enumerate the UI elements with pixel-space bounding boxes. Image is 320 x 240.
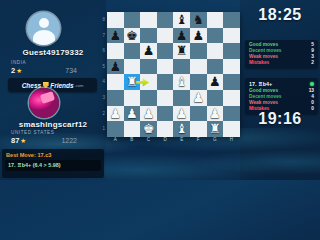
square-h4[interactable] xyxy=(223,74,240,90)
star-icon: ★ xyxy=(16,67,22,75)
stat-label: Weak moves xyxy=(249,100,278,105)
bottom-player-country: UNITED STATES xyxy=(11,130,54,135)
square-e5[interactable] xyxy=(173,59,190,75)
file-label-G: G xyxy=(207,137,224,142)
current-move-row[interactable]: 17. ♖b4+ xyxy=(249,80,314,87)
square-e8[interactable]: ♝ xyxy=(173,12,190,28)
bottom-player-rating: 1222 xyxy=(61,137,77,144)
stat-value: 4 xyxy=(311,94,314,99)
stat-label: Good moves xyxy=(249,42,278,47)
top-player-name: Guest49179332 xyxy=(0,48,106,57)
stat-value: 5 xyxy=(311,42,314,47)
stat-label: Good moves xyxy=(249,88,278,93)
black-rook-e6: ♜ xyxy=(173,43,190,59)
logo-text-chess: Chess xyxy=(22,82,42,89)
square-h7[interactable] xyxy=(223,28,240,44)
stat-value: 13 xyxy=(309,88,314,93)
square-f1[interactable] xyxy=(190,121,207,137)
square-f5[interactable] xyxy=(190,59,207,75)
played-move-eval-text: 17. ♖b4+ (6.4 > 5.98) xyxy=(5,160,101,171)
white-pawn-b2: ♟ xyxy=(124,106,141,122)
white-rook-g1: ♜ xyxy=(207,121,224,137)
star-icon: ★ xyxy=(20,137,26,145)
square-d3[interactable] xyxy=(157,90,174,106)
white-bishop-e1: ♝ xyxy=(173,121,190,137)
logo-text-com: .com xyxy=(75,83,84,88)
black-pawn-e7: ♟ xyxy=(173,28,190,44)
square-b7[interactable]: ♚ xyxy=(124,28,141,44)
stat-value: 3 xyxy=(311,54,314,59)
white-king-c1: ♚ xyxy=(140,121,157,137)
engine-analysis-box: Best Move: 17.c3 17. ♖b4+ (6.4 > 5.98) xyxy=(2,149,104,178)
square-a2[interactable]: ♟ xyxy=(107,106,124,122)
stat-value: 0 xyxy=(311,100,314,105)
logo-text-friends: Friends xyxy=(50,82,73,89)
left-sidebar: Guest49179332 INDIA 2 ★ 734 Chess Friend… xyxy=(0,0,106,180)
white-pawn-g2: ♟ xyxy=(207,106,224,122)
top-player-rating: 734 xyxy=(65,67,77,74)
square-d4[interactable] xyxy=(157,74,174,90)
square-h6[interactable] xyxy=(223,43,240,59)
square-g5[interactable] xyxy=(207,59,224,75)
square-a3[interactable] xyxy=(107,90,124,106)
square-b5[interactable] xyxy=(124,59,141,75)
square-h5[interactable] xyxy=(223,59,240,75)
square-d1[interactable] xyxy=(157,121,174,137)
file-label-A: A xyxy=(107,137,124,142)
square-e1[interactable]: ♝ xyxy=(173,121,190,137)
avatar-silhouette-icon xyxy=(39,18,49,28)
stat-label: Mistakes xyxy=(249,60,269,65)
square-c1[interactable]: ♚ xyxy=(140,121,157,137)
black-pawn-a7: ♟ xyxy=(107,28,124,44)
white-pawn-a2: ♟ xyxy=(107,106,124,122)
square-b1[interactable] xyxy=(124,121,141,137)
black-pawn-g4: ♟ xyxy=(207,74,224,90)
bottom-player-name: smashingscarf12 xyxy=(0,120,106,129)
stat-row-mistakes: Mistakes2 xyxy=(249,60,314,66)
board-file-labels: ABCDEFGH xyxy=(107,137,240,142)
top-player-move-stats: Good moves5Decent moves9Weak moves3Mista… xyxy=(245,40,318,68)
square-c7[interactable] xyxy=(140,28,157,44)
top-player-avatar[interactable] xyxy=(27,12,60,45)
square-a6[interactable] xyxy=(107,43,124,59)
square-a8[interactable] xyxy=(107,12,124,28)
white-bishop-e4: ♝ xyxy=(173,74,190,90)
file-label-F: F xyxy=(190,137,207,142)
square-b2[interactable]: ♟ xyxy=(124,106,141,122)
bottom-player-move-stats: 17. ♖b4+ Good moves13Decent moves4Weak m… xyxy=(245,78,318,114)
black-knight-f8: ♞ xyxy=(190,12,207,28)
square-a5[interactable]: ♟ xyxy=(107,59,124,75)
square-a7[interactable]: ♟ xyxy=(107,28,124,44)
square-b6[interactable] xyxy=(124,43,141,59)
top-player-country: INDIA xyxy=(11,60,26,65)
square-e4[interactable]: ♝ xyxy=(173,74,190,90)
square-f6[interactable] xyxy=(190,43,207,59)
square-f4[interactable] xyxy=(190,74,207,90)
white-pawn-e2: ♟ xyxy=(173,106,190,122)
file-label-E: E xyxy=(173,137,190,142)
stat-label: Decent moves xyxy=(249,48,282,53)
white-pawn-f3: ♟ xyxy=(190,90,207,106)
black-pawn-f7: ♟ xyxy=(190,28,207,44)
file-label-C: C xyxy=(140,137,157,142)
square-f7[interactable]: ♟ xyxy=(190,28,207,44)
square-b3[interactable] xyxy=(124,90,141,106)
stat-label: Weak moves xyxy=(249,54,278,59)
square-e2[interactable]: ♟ xyxy=(173,106,190,122)
square-c3[interactable] xyxy=(140,90,157,106)
bottom-player-avatar[interactable] xyxy=(29,88,59,118)
black-pawn-a5: ♟ xyxy=(107,59,124,75)
square-h8[interactable] xyxy=(223,12,240,28)
square-a1[interactable] xyxy=(107,121,124,137)
avatar-photo xyxy=(40,91,55,104)
black-king-b7: ♚ xyxy=(124,28,141,44)
square-g8[interactable] xyxy=(207,12,224,28)
square-c6[interactable]: ♟ xyxy=(140,43,157,59)
file-label-D: D xyxy=(157,137,174,142)
square-c5[interactable] xyxy=(140,59,157,75)
white-pawn-c2: ♟ xyxy=(140,106,157,122)
square-d2[interactable] xyxy=(157,106,174,122)
square-e6[interactable]: ♜ xyxy=(173,43,190,59)
square-g1[interactable]: ♜ xyxy=(207,121,224,137)
square-h1[interactable] xyxy=(223,121,240,137)
square-d7[interactable] xyxy=(157,28,174,44)
square-f8[interactable]: ♞ xyxy=(190,12,207,28)
board-wrap: ♝♞♟♚♟♟♟♜♟♜♝♟♟♟♟♟♟♟♚♝♜ xyxy=(107,12,240,137)
square-e3[interactable] xyxy=(173,90,190,106)
file-label-H: H xyxy=(223,137,240,142)
square-g4[interactable]: ♟ xyxy=(207,74,224,90)
square-d6[interactable] xyxy=(157,43,174,59)
square-g7[interactable] xyxy=(207,28,224,44)
square-c2[interactable]: ♟ xyxy=(140,106,157,122)
stat-label: Decent moves xyxy=(249,94,282,99)
black-pawn-c6: ♟ xyxy=(140,43,157,59)
top-player-rating-row: 2 ★ 734 xyxy=(11,66,95,75)
avatar-silhouette-icon xyxy=(33,30,55,45)
square-e7[interactable]: ♟ xyxy=(173,28,190,44)
chess-board[interactable]: ♝♞♟♚♟♟♟♜♟♜♝♟♟♟♟♟♟♟♚♝♜ xyxy=(107,12,240,137)
file-label-B: B xyxy=(124,137,141,142)
square-g3[interactable] xyxy=(207,90,224,106)
square-d5[interactable] xyxy=(157,59,174,75)
square-h3[interactable] xyxy=(223,90,240,106)
square-f3[interactable]: ♟ xyxy=(190,90,207,106)
current-move-text: 17. ♖b4+ xyxy=(249,81,272,87)
square-g6[interactable] xyxy=(207,43,224,59)
square-d8[interactable] xyxy=(157,12,174,28)
square-b8[interactable] xyxy=(124,12,141,28)
square-c8[interactable] xyxy=(140,12,157,28)
top-player-stars: 2 xyxy=(11,66,15,75)
black-bishop-e8: ♝ xyxy=(173,12,190,28)
top-player-clock: 18:25 xyxy=(240,6,320,24)
bottom-player-clock: 19:16 xyxy=(240,110,320,128)
bottom-player-rating-row: 87 ★ 1222 xyxy=(11,136,95,145)
square-f2[interactable] xyxy=(190,106,207,122)
square-a4[interactable] xyxy=(107,74,124,90)
square-h2[interactable] xyxy=(223,106,240,122)
stat-value: 9 xyxy=(311,48,314,53)
right-sidebar: 18:25 Good moves5Decent moves9Weak moves… xyxy=(240,0,320,180)
stat-value: 2 xyxy=(311,60,314,65)
good-move-dot-icon xyxy=(310,82,314,86)
bottom-player-stars: 87 xyxy=(11,136,19,145)
best-move-text: Best Move: 17.c3 xyxy=(2,149,104,158)
square-g2[interactable]: ♟ xyxy=(207,106,224,122)
